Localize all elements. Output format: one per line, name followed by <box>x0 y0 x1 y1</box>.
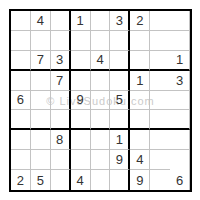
sudoku-board: © LiveSudoku.com 41327341713695819425496 <box>9 9 192 192</box>
given-digit: 7 <box>37 53 44 66</box>
cell-r9c5[interactable] <box>91 170 111 190</box>
cell-r3c4[interactable] <box>71 51 91 71</box>
cell-r9c3[interactable] <box>51 170 71 190</box>
cell-r1c2[interactable]: 4 <box>31 11 51 31</box>
given-digit: 1 <box>176 53 183 66</box>
given-digit: 9 <box>116 153 123 166</box>
given-digit: 9 <box>76 93 83 106</box>
cell-r2c9[interactable] <box>170 31 190 51</box>
cell-r7c5[interactable] <box>91 130 111 150</box>
cell-r4c5[interactable] <box>91 71 111 91</box>
cell-r7c6[interactable]: 1 <box>110 130 130 150</box>
cell-r5c5[interactable] <box>91 91 111 111</box>
given-digit: 1 <box>116 133 123 146</box>
cell-r6c2[interactable] <box>31 110 51 130</box>
given-digit: 5 <box>116 93 123 106</box>
cell-r6c8[interactable] <box>150 110 170 130</box>
given-digit: 8 <box>56 133 63 146</box>
cell-r5c6[interactable]: 5 <box>110 91 130 111</box>
cell-r7c2[interactable] <box>31 130 51 150</box>
sudoku-page: © LiveSudoku.com 41327341713695819425496 <box>0 0 200 200</box>
cell-r2c2[interactable] <box>31 31 51 51</box>
cell-r4c9[interactable]: 3 <box>170 71 190 91</box>
given-digit: 4 <box>136 153 143 166</box>
given-digit: 4 <box>96 53 103 66</box>
cell-r6c1[interactable] <box>11 110 31 130</box>
given-digit: 5 <box>37 174 44 187</box>
given-digit: 3 <box>56 53 63 66</box>
cell-r3c6[interactable] <box>110 51 130 71</box>
cell-r5c1[interactable]: 6 <box>11 91 31 111</box>
cell-r8c6[interactable]: 9 <box>110 150 130 170</box>
cell-r6c4[interactable] <box>71 110 91 130</box>
cell-r4c7[interactable]: 1 <box>130 71 150 91</box>
given-digit: 6 <box>176 174 183 187</box>
cell-r5c8[interactable] <box>150 91 170 111</box>
cell-r3c3[interactable]: 3 <box>51 51 71 71</box>
cell-r5c7[interactable] <box>130 91 150 111</box>
cell-r2c8[interactable] <box>150 31 170 51</box>
cell-r4c1[interactable] <box>11 71 31 91</box>
cell-r7c7[interactable] <box>130 130 150 150</box>
cell-r1c3[interactable] <box>51 11 71 31</box>
given-digit: 1 <box>136 74 143 87</box>
cell-r8c2[interactable] <box>31 150 51 170</box>
cell-r1c7[interactable]: 2 <box>130 11 150 31</box>
cell-r2c1[interactable] <box>11 31 31 51</box>
cell-r7c8[interactable] <box>150 130 170 150</box>
cell-r9c8[interactable] <box>150 170 170 190</box>
cell-r5c3[interactable] <box>51 91 71 111</box>
given-digit: 2 <box>136 14 143 27</box>
cell-r5c4[interactable]: 9 <box>71 91 91 111</box>
cell-r7c4[interactable] <box>71 130 91 150</box>
cell-r2c3[interactable] <box>51 31 71 51</box>
cell-r8c4[interactable] <box>71 150 91 170</box>
cell-r4c4[interactable] <box>71 71 91 91</box>
given-digit: 3 <box>176 74 183 87</box>
cell-r9c4[interactable]: 4 <box>71 170 91 190</box>
given-digit: 6 <box>17 93 24 106</box>
given-digit: 3 <box>116 14 123 27</box>
cell-r9c6[interactable] <box>110 170 130 190</box>
cell-r2c7[interactable] <box>130 31 150 51</box>
cell-r6c9[interactable] <box>170 110 190 130</box>
cell-r9c2[interactable]: 5 <box>31 170 51 190</box>
cell-r1c6[interactable]: 3 <box>110 11 130 31</box>
cell-r1c8[interactable] <box>150 11 170 31</box>
given-digit: 4 <box>76 174 83 187</box>
cell-r4c3[interactable]: 7 <box>51 71 71 91</box>
cell-r4c2[interactable] <box>31 71 51 91</box>
cell-r1c5[interactable] <box>91 11 111 31</box>
cell-r2c6[interactable] <box>110 31 130 51</box>
cell-r8c1[interactable] <box>11 150 31 170</box>
cell-r9c9[interactable]: 6 <box>170 170 190 190</box>
cell-r4c8[interactable] <box>150 71 170 91</box>
cell-r5c9[interactable] <box>170 91 190 111</box>
cell-r3c2[interactable]: 7 <box>31 51 51 71</box>
cell-r8c7[interactable]: 4 <box>130 150 150 170</box>
cell-r8c5[interactable] <box>91 150 111 170</box>
given-digit: 9 <box>136 174 143 187</box>
cell-r7c3[interactable]: 8 <box>51 130 71 150</box>
given-digit: 1 <box>76 14 83 27</box>
cell-r8c3[interactable] <box>51 150 71 170</box>
cell-r1c9[interactable] <box>170 11 190 31</box>
given-digit: 2 <box>17 174 24 187</box>
cell-r3c1[interactable] <box>11 51 31 71</box>
cell-r1c4[interactable]: 1 <box>71 11 91 31</box>
cell-r6c5[interactable] <box>91 110 111 130</box>
cell-r3c5[interactable]: 4 <box>91 51 111 71</box>
cell-r8c9[interactable] <box>170 150 190 170</box>
cell-r5c2[interactable] <box>31 91 51 111</box>
cell-r6c3[interactable] <box>51 110 71 130</box>
cell-r8c8[interactable] <box>150 150 170 170</box>
cell-r3c9[interactable]: 1 <box>170 51 190 71</box>
cell-r3c8[interactable] <box>150 51 170 71</box>
cell-r4c6[interactable] <box>110 71 130 91</box>
cell-r9c7[interactable]: 9 <box>130 170 150 190</box>
cell-r2c5[interactable] <box>91 31 111 51</box>
cell-r3c7[interactable] <box>130 51 150 71</box>
given-digit: 4 <box>37 14 44 27</box>
cell-r7c9[interactable] <box>170 130 190 150</box>
cell-r6c7[interactable] <box>130 110 150 130</box>
cell-r7c1[interactable] <box>11 130 31 150</box>
cell-r1c1[interactable] <box>11 11 31 31</box>
cell-r9c1[interactable]: 2 <box>11 170 31 190</box>
given-digit: 7 <box>56 74 63 87</box>
cell-r6c6[interactable] <box>110 110 130 130</box>
cell-r2c4[interactable] <box>71 31 91 51</box>
